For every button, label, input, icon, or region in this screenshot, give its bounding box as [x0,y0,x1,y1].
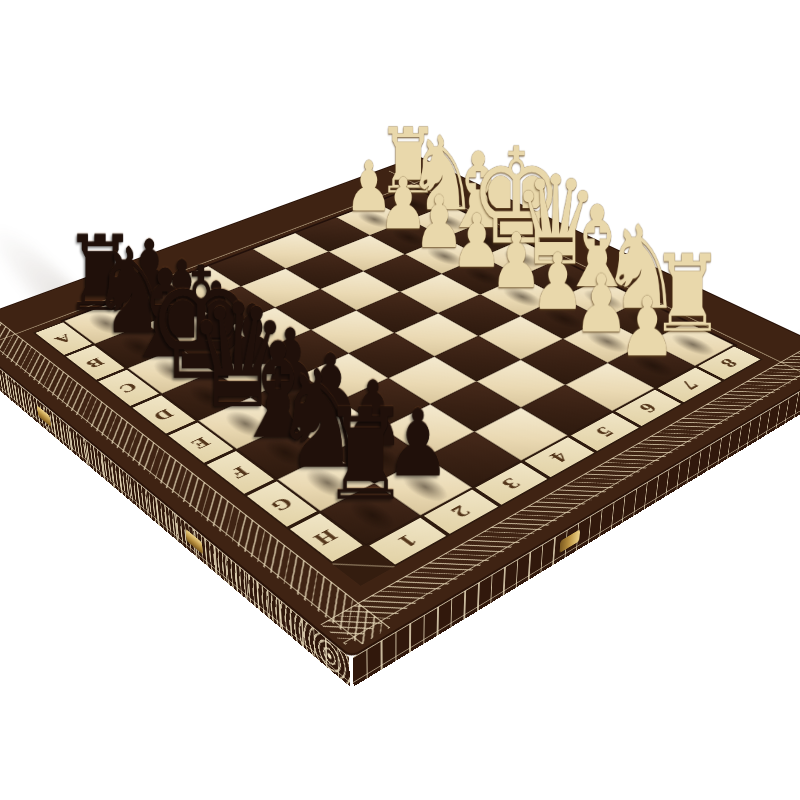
piece-glyph-R: ♜ [321,397,409,517]
file-label-text: A [52,332,75,344]
piece-glyph-P: ♟ [619,289,676,367]
product-photo-background: ABCDEFGH 12345678 ♜♞♝♚♛♝♞♜♟♟♟♟♟♟♟♟♟♟♟♟♟♟… [0,0,800,800]
brass-clasp [559,529,580,553]
brass-hinge-1 [37,405,52,427]
board-assembly: ABCDEFGH 12345678 ♜♞♝♚♛♝♞♜♟♟♟♟♟♟♟♟♟♟♟♟♟♟… [0,156,800,659]
scene: ABCDEFGH 12345678 ♜♞♝♚♛♝♞♜♟♟♟♟♟♟♟♟♟♟♟♟♟♟… [0,0,800,800]
